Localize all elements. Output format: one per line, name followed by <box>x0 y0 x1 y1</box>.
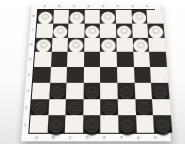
square-d7[interactable]: ● <box>84 23 100 37</box>
black-piece[interactable]: ● <box>153 115 172 132</box>
square-g2[interactable]: ● <box>135 99 153 116</box>
square-g8[interactable]: ● <box>131 10 147 24</box>
checkers-board-mat: ABCDEFGH ABCDEFGH 87654321 87654321 ●●●●… <box>21 3 171 141</box>
square-d3[interactable]: ● <box>83 83 100 99</box>
square-c5[interactable] <box>67 52 84 67</box>
square-f6[interactable] <box>116 37 133 52</box>
square-b6[interactable] <box>51 37 68 52</box>
square-a8[interactable]: ● <box>37 10 53 24</box>
square-a1[interactable] <box>29 115 48 132</box>
square-a2[interactable]: ● <box>31 99 49 116</box>
square-a5[interactable] <box>34 52 51 67</box>
black-piece[interactable]: ● <box>83 115 101 132</box>
black-piece[interactable]: ● <box>83 83 100 99</box>
square-c8[interactable]: ● <box>69 10 85 24</box>
black-piece[interactable]: ● <box>49 83 67 99</box>
square-h3[interactable]: ● <box>151 83 169 99</box>
square-b7[interactable]: ● <box>52 23 68 37</box>
checkers-board: ●●●●●●●●●●●●●●●●●●●●●●●● <box>28 9 164 134</box>
square-g6[interactable]: ● <box>132 37 149 52</box>
square-d1[interactable]: ● <box>83 115 101 132</box>
white-piece[interactable]: ● <box>100 10 116 24</box>
square-b1[interactable]: ● <box>47 115 65 132</box>
square-h6[interactable] <box>148 37 165 52</box>
square-g1[interactable] <box>136 115 155 132</box>
file-label: G <box>130 135 147 140</box>
file-label: C <box>62 135 79 140</box>
file-label: A <box>28 135 45 140</box>
black-piece[interactable]: ● <box>117 83 135 99</box>
file-label: B <box>52 4 67 8</box>
square-h5[interactable] <box>149 52 167 67</box>
square-f1[interactable]: ● <box>118 115 136 132</box>
white-piece[interactable]: ● <box>69 10 85 24</box>
file-labels-bottom: ABCDEFGH <box>28 135 165 140</box>
black-piece[interactable]: ● <box>118 115 136 132</box>
black-piece[interactable]: ● <box>66 99 84 116</box>
square-e5[interactable] <box>100 52 117 67</box>
square-b5[interactable] <box>51 52 68 67</box>
file-label: D <box>79 135 96 140</box>
square-g4[interactable] <box>134 67 152 83</box>
white-piece[interactable]: ● <box>132 37 149 52</box>
file-label: H <box>147 135 164 140</box>
square-f3[interactable]: ● <box>117 83 135 99</box>
white-piece[interactable]: ● <box>131 10 147 24</box>
square-c4[interactable] <box>67 67 84 83</box>
white-piece[interactable]: ● <box>35 37 52 52</box>
square-a4[interactable] <box>33 67 51 83</box>
black-piece[interactable]: ● <box>151 83 169 99</box>
square-c2[interactable]: ● <box>66 99 84 116</box>
square-d5[interactable] <box>84 52 101 67</box>
square-c1[interactable] <box>65 115 83 132</box>
square-a6[interactable]: ● <box>35 37 52 52</box>
square-f7[interactable]: ● <box>116 23 132 37</box>
square-h7[interactable]: ● <box>147 23 164 37</box>
white-piece[interactable]: ● <box>52 23 68 37</box>
black-piece[interactable]: ● <box>101 99 119 116</box>
white-piece[interactable]: ● <box>37 10 53 24</box>
black-piece[interactable]: ● <box>47 115 65 132</box>
square-b3[interactable]: ● <box>49 83 67 99</box>
square-e2[interactable]: ● <box>101 99 119 116</box>
file-label: B <box>45 135 62 140</box>
square-e1[interactable] <box>101 115 119 132</box>
square-e8[interactable]: ● <box>100 10 116 24</box>
square-e6[interactable]: ● <box>100 37 116 52</box>
square-h1[interactable]: ● <box>153 115 172 132</box>
square-e4[interactable] <box>100 67 117 83</box>
photo-background: ABCDEFGH ABCDEFGH 87654321 87654321 ●●●●… <box>0 0 185 144</box>
white-piece[interactable]: ● <box>147 23 164 37</box>
white-piece[interactable]: ● <box>68 37 85 52</box>
black-piece[interactable]: ● <box>135 99 153 116</box>
file-label: F <box>113 135 130 140</box>
square-d6[interactable] <box>84 37 100 52</box>
square-c6[interactable]: ● <box>68 37 85 52</box>
black-piece[interactable]: ● <box>31 99 49 116</box>
square-f5[interactable] <box>117 52 134 67</box>
file-label: E <box>96 135 113 140</box>
white-piece[interactable]: ● <box>84 23 100 37</box>
square-g5[interactable] <box>133 52 150 67</box>
white-piece[interactable]: ● <box>116 23 132 37</box>
white-piece[interactable]: ● <box>100 37 116 52</box>
